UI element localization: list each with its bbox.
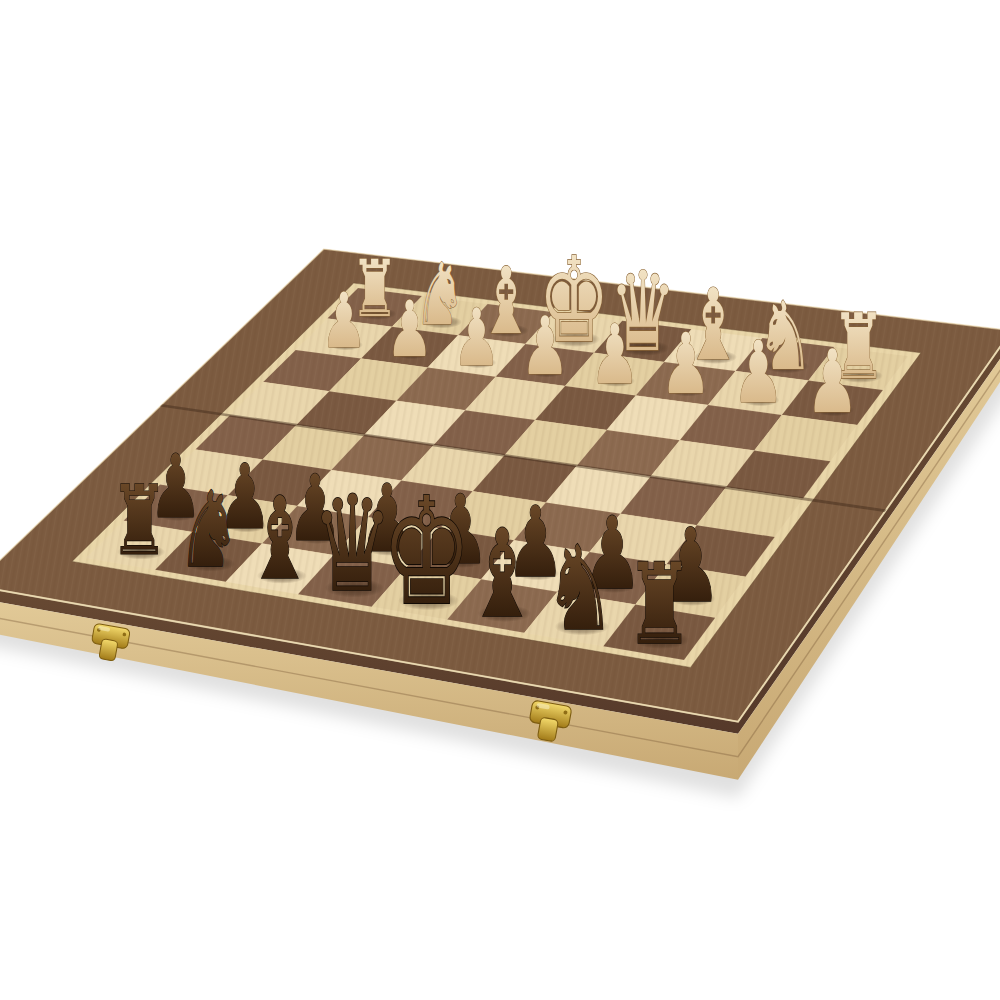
piece-wP-b2: ♟ xyxy=(732,323,784,422)
piece-bR-h8: ♜ xyxy=(110,465,169,576)
piece-bB-c8: ♝ xyxy=(466,504,540,644)
piece-wP-d2: ♟ xyxy=(590,307,640,403)
piece-wP-h2: ♟ xyxy=(321,277,367,365)
piece-bB-f8: ♝ xyxy=(245,473,314,605)
piece-wP-f2: ♟ xyxy=(453,291,501,383)
piece-bN-b8: ♞ xyxy=(544,520,615,657)
piece-wP-a2: ♟ xyxy=(806,332,859,434)
piece-wP-c2: ♟ xyxy=(660,314,711,412)
piece-wP-g2: ♟ xyxy=(386,283,433,374)
piece-bN-g8: ♞ xyxy=(177,469,241,591)
piece-bK-d8: ♚ xyxy=(381,466,471,638)
piece-bR-a8: ♜ xyxy=(625,538,693,669)
chess-set-product-photo: ♜♞♝♚♛♝♞♜♟♟♟♟♟♟♟♟♟♟♟♟♟♟♟♟♜♞♝♛♚♝♞♜ xyxy=(0,0,1000,1000)
piece-wP-e2: ♟ xyxy=(520,299,569,393)
piece-bQ-e8: ♛ xyxy=(312,468,393,622)
chessboard: ♜♞♝♚♛♝♞♜♟♟♟♟♟♟♟♟♟♟♟♟♟♟♟♟♜♞♝♛♚♝♞♜ xyxy=(0,0,1000,1000)
